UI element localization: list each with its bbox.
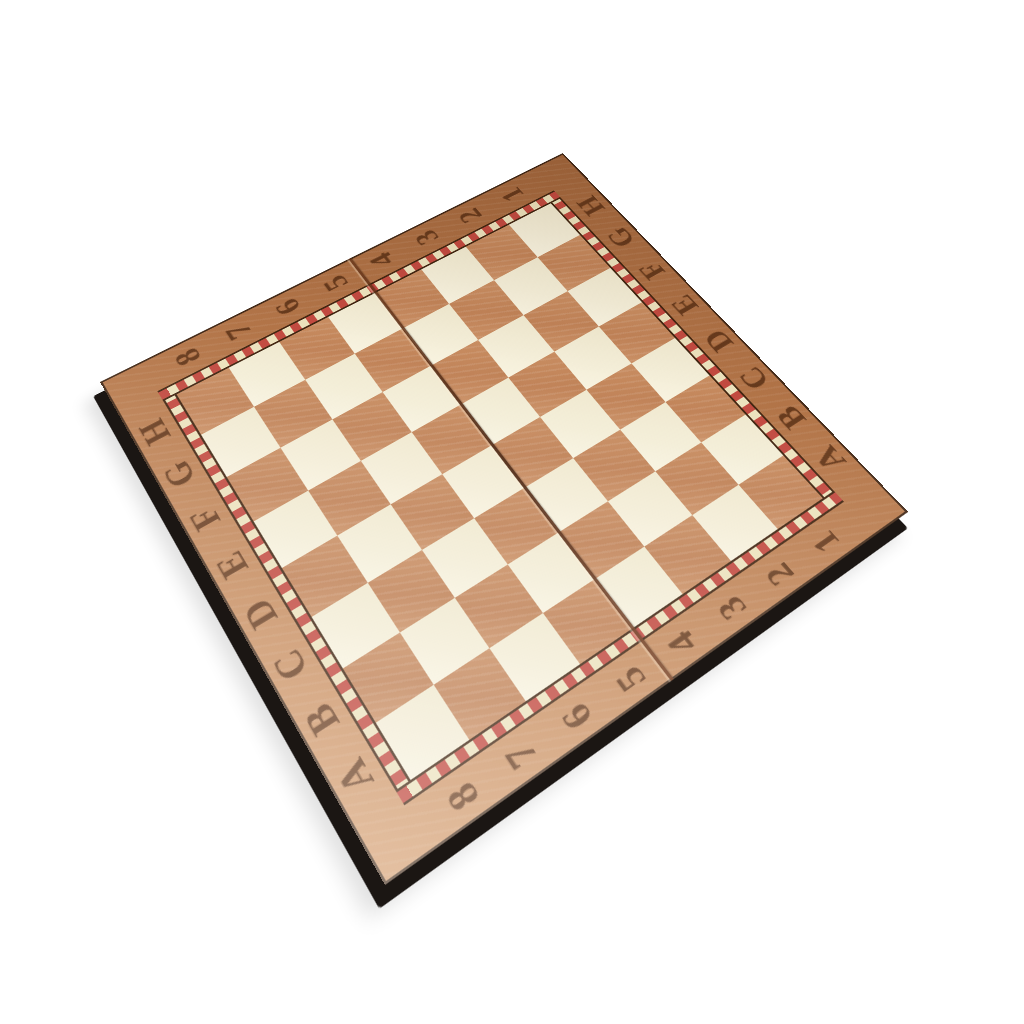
photo-scene: HH11GG22FF33EE44DD55CC66BB77AA88 [0, 0, 1024, 1024]
chess-board: HH11GG22FF33EE44DD55CC66BB77AA88 [100, 153, 908, 885]
